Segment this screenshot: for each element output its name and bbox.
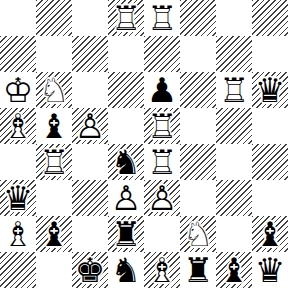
- square-d2[interactable]: ♜♜: [108, 216, 144, 252]
- piece-white-rook: ♖: [144, 108, 180, 144]
- square-d5[interactable]: [108, 108, 144, 144]
- piece-black-pawn: ♟: [144, 72, 180, 108]
- square-a6[interactable]: ♚♔: [0, 72, 36, 108]
- chess-board: ♜♖♜♖♚♔♞♘♟♟♜♖♛♛♝♗♝♝♟♙♜♖♜♖♞♞♜♖♛♛♟♙♟♙♝♗♝♝♜♜…: [0, 0, 288, 288]
- square-b6[interactable]: ♞♘: [36, 72, 72, 108]
- square-h2[interactable]: ♝♝: [252, 216, 288, 252]
- piece-white-knight: ♘: [36, 72, 72, 108]
- square-d3[interactable]: ♟♙: [108, 180, 144, 216]
- square-c4[interactable]: [72, 144, 108, 180]
- square-c2[interactable]: [72, 216, 108, 252]
- piece-black-bishop: ♝: [252, 216, 288, 252]
- square-h1[interactable]: ♛♛: [252, 252, 288, 288]
- piece-white-rook: ♖: [144, 0, 180, 36]
- square-d6[interactable]: [108, 72, 144, 108]
- piece-black-bishop: ♝: [36, 108, 72, 144]
- square-g6[interactable]: ♜♖: [216, 72, 252, 108]
- square-b2[interactable]: ♝♝: [36, 216, 72, 252]
- square-b8[interactable]: [36, 0, 72, 36]
- square-e3[interactable]: ♟♙: [144, 180, 180, 216]
- piece-black-knight: ♞: [108, 252, 144, 288]
- piece-white-pawn: ♙: [108, 180, 144, 216]
- square-b3[interactable]: [36, 180, 72, 216]
- square-f6[interactable]: [180, 72, 216, 108]
- square-g8[interactable]: [216, 0, 252, 36]
- piece-black-king: ♚: [72, 252, 108, 288]
- square-a1[interactable]: [0, 252, 36, 288]
- square-g5[interactable]: [216, 108, 252, 144]
- square-f4[interactable]: [180, 144, 216, 180]
- square-f5[interactable]: [180, 108, 216, 144]
- square-g2[interactable]: [216, 216, 252, 252]
- square-e4[interactable]: ♜♖: [144, 144, 180, 180]
- square-f3[interactable]: [180, 180, 216, 216]
- square-b7[interactable]: [36, 36, 72, 72]
- piece-black-rook: ♜: [180, 252, 216, 288]
- piece-white-bishop: ♗: [0, 216, 36, 252]
- piece-white-pawn: ♙: [144, 180, 180, 216]
- piece-black-queen: ♛: [252, 252, 288, 288]
- piece-white-pawn: ♙: [72, 108, 108, 144]
- square-d4[interactable]: ♞♞: [108, 144, 144, 180]
- piece-white-rook: ♖: [36, 144, 72, 180]
- square-c5[interactable]: ♟♙: [72, 108, 108, 144]
- square-a2[interactable]: ♝♗: [0, 216, 36, 252]
- piece-white-rook: ♖: [108, 0, 144, 36]
- square-a5[interactable]: ♝♗: [0, 108, 36, 144]
- square-g1[interactable]: ♝♝: [216, 252, 252, 288]
- piece-black-rook: ♜: [108, 216, 144, 252]
- square-g7[interactable]: [216, 36, 252, 72]
- square-b4[interactable]: ♜♖: [36, 144, 72, 180]
- square-f1[interactable]: ♜♜: [180, 252, 216, 288]
- square-f7[interactable]: [180, 36, 216, 72]
- chess-diagram: ♜♖♜♖♚♔♞♘♟♟♜♖♛♛♝♗♝♝♟♙♜♖♜♖♞♞♜♖♛♛♟♙♟♙♝♗♝♝♜♜…: [0, 0, 288, 288]
- square-c8[interactable]: [72, 0, 108, 36]
- piece-white-bishop: ♗: [0, 108, 36, 144]
- square-c6[interactable]: [72, 72, 108, 108]
- square-e2[interactable]: [144, 216, 180, 252]
- piece-black-queen: ♛: [252, 72, 288, 108]
- piece-black-bishop: ♝: [216, 252, 252, 288]
- square-g4[interactable]: [216, 144, 252, 180]
- square-d1[interactable]: ♞♞: [108, 252, 144, 288]
- square-c7[interactable]: [72, 36, 108, 72]
- square-c3[interactable]: [72, 180, 108, 216]
- square-a7[interactable]: [0, 36, 36, 72]
- piece-white-rook: ♖: [216, 72, 252, 108]
- square-a8[interactable]: [0, 0, 36, 36]
- square-e7[interactable]: [144, 36, 180, 72]
- square-d7[interactable]: [108, 36, 144, 72]
- square-h4[interactable]: [252, 144, 288, 180]
- piece-black-knight: ♞: [108, 144, 144, 180]
- square-a3[interactable]: ♛♛: [0, 180, 36, 216]
- piece-white-king: ♔: [0, 72, 36, 108]
- square-b1[interactable]: [36, 252, 72, 288]
- piece-white-bishop: ♗: [144, 252, 180, 288]
- square-f8[interactable]: [180, 0, 216, 36]
- piece-black-queen: ♛: [0, 180, 36, 216]
- square-e6[interactable]: ♟♟: [144, 72, 180, 108]
- square-a4[interactable]: [0, 144, 36, 180]
- square-e8[interactable]: ♜♖: [144, 0, 180, 36]
- square-h6[interactable]: ♛♛: [252, 72, 288, 108]
- square-f2[interactable]: ♞♘: [180, 216, 216, 252]
- square-h7[interactable]: [252, 36, 288, 72]
- piece-black-bishop: ♝: [36, 216, 72, 252]
- square-d8[interactable]: ♜♖: [108, 0, 144, 36]
- square-g3[interactable]: [216, 180, 252, 216]
- piece-white-rook: ♖: [144, 144, 180, 180]
- square-b5[interactable]: ♝♝: [36, 108, 72, 144]
- square-h5[interactable]: [252, 108, 288, 144]
- square-e1[interactable]: ♝♗: [144, 252, 180, 288]
- piece-white-knight: ♘: [180, 216, 216, 252]
- square-e5[interactable]: ♜♖: [144, 108, 180, 144]
- square-h3[interactable]: [252, 180, 288, 216]
- square-h8[interactable]: [252, 0, 288, 36]
- square-c1[interactable]: ♚♚: [72, 252, 108, 288]
